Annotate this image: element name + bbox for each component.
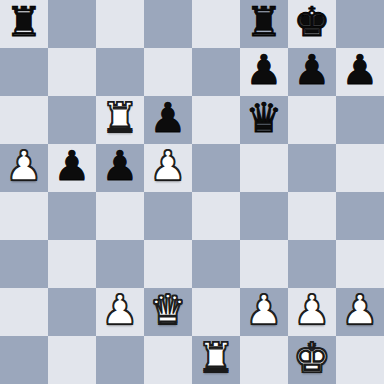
square-h1[interactable]: [336, 336, 384, 384]
white-rook-piece[interactable]: ♜: [198, 334, 235, 382]
black-rook-piece[interactable]: ♜: [6, 0, 43, 46]
square-f8[interactable]: ♜: [240, 0, 288, 48]
square-e4[interactable]: [192, 192, 240, 240]
black-king-piece[interactable]: ♚: [294, 0, 331, 46]
white-king-piece[interactable]: ♚: [294, 334, 331, 382]
square-f2[interactable]: ♟: [240, 288, 288, 336]
white-pawn-piece[interactable]: ♟: [6, 142, 43, 190]
square-f4[interactable]: [240, 192, 288, 240]
square-c1[interactable]: [96, 336, 144, 384]
square-c3[interactable]: [96, 240, 144, 288]
black-pawn-piece[interactable]: ♟: [342, 46, 379, 94]
square-e7[interactable]: [192, 48, 240, 96]
square-e8[interactable]: [192, 0, 240, 48]
square-h5[interactable]: [336, 144, 384, 192]
square-a7[interactable]: [0, 48, 48, 96]
white-pawn-piece[interactable]: ♟: [150, 142, 187, 190]
square-b2[interactable]: [48, 288, 96, 336]
square-f3[interactable]: [240, 240, 288, 288]
white-pawn-piece[interactable]: ♟: [102, 286, 139, 334]
square-g6[interactable]: [288, 96, 336, 144]
square-a8[interactable]: ♜: [0, 0, 48, 48]
square-d2[interactable]: ♛: [144, 288, 192, 336]
square-a4[interactable]: [0, 192, 48, 240]
square-g1[interactable]: ♚: [288, 336, 336, 384]
square-e1[interactable]: ♜: [192, 336, 240, 384]
square-h3[interactable]: [336, 240, 384, 288]
square-d4[interactable]: [144, 192, 192, 240]
square-a5[interactable]: ♟: [0, 144, 48, 192]
square-b5[interactable]: ♟: [48, 144, 96, 192]
square-e6[interactable]: [192, 96, 240, 144]
black-pawn-piece[interactable]: ♟: [150, 94, 187, 142]
square-f7[interactable]: ♟: [240, 48, 288, 96]
square-g3[interactable]: [288, 240, 336, 288]
square-h6[interactable]: [336, 96, 384, 144]
square-d3[interactable]: [144, 240, 192, 288]
square-c2[interactable]: ♟: [96, 288, 144, 336]
square-g7[interactable]: ♟: [288, 48, 336, 96]
square-f1[interactable]: [240, 336, 288, 384]
square-c6[interactable]: ♜: [96, 96, 144, 144]
square-d5[interactable]: ♟: [144, 144, 192, 192]
square-d8[interactable]: [144, 0, 192, 48]
white-queen-piece[interactable]: ♛: [150, 286, 187, 334]
square-b6[interactable]: [48, 96, 96, 144]
square-c7[interactable]: [96, 48, 144, 96]
chess-board: ♜♜♚♟♟♟♜♟♛♟♟♟♟♟♛♟♟♟♜♚: [0, 0, 384, 384]
square-b3[interactable]: [48, 240, 96, 288]
black-pawn-piece[interactable]: ♟: [102, 142, 139, 190]
square-b4[interactable]: [48, 192, 96, 240]
square-h4[interactable]: [336, 192, 384, 240]
square-f6[interactable]: ♛: [240, 96, 288, 144]
square-e3[interactable]: [192, 240, 240, 288]
square-h2[interactable]: ♟: [336, 288, 384, 336]
square-g8[interactable]: ♚: [288, 0, 336, 48]
square-e5[interactable]: [192, 144, 240, 192]
black-pawn-piece[interactable]: ♟: [246, 46, 283, 94]
square-g4[interactable]: [288, 192, 336, 240]
square-a3[interactable]: [0, 240, 48, 288]
square-f5[interactable]: [240, 144, 288, 192]
square-b1[interactable]: [48, 336, 96, 384]
square-g5[interactable]: [288, 144, 336, 192]
square-c5[interactable]: ♟: [96, 144, 144, 192]
square-d6[interactable]: ♟: [144, 96, 192, 144]
square-c8[interactable]: [96, 0, 144, 48]
black-pawn-piece[interactable]: ♟: [294, 46, 331, 94]
white-rook-piece[interactable]: ♜: [102, 94, 139, 142]
white-pawn-piece[interactable]: ♟: [342, 286, 379, 334]
square-d7[interactable]: [144, 48, 192, 96]
square-a2[interactable]: [0, 288, 48, 336]
white-pawn-piece[interactable]: ♟: [294, 286, 331, 334]
square-a1[interactable]: [0, 336, 48, 384]
square-b7[interactable]: [48, 48, 96, 96]
square-b8[interactable]: [48, 0, 96, 48]
black-rook-piece[interactable]: ♜: [246, 0, 283, 46]
square-c4[interactable]: [96, 192, 144, 240]
square-e2[interactable]: [192, 288, 240, 336]
square-a6[interactable]: [0, 96, 48, 144]
square-h7[interactable]: ♟: [336, 48, 384, 96]
black-queen-piece[interactable]: ♛: [246, 94, 283, 142]
square-d1[interactable]: [144, 336, 192, 384]
black-pawn-piece[interactable]: ♟: [54, 142, 91, 190]
white-pawn-piece[interactable]: ♟: [246, 286, 283, 334]
square-g2[interactable]: ♟: [288, 288, 336, 336]
square-h8[interactable]: [336, 0, 384, 48]
